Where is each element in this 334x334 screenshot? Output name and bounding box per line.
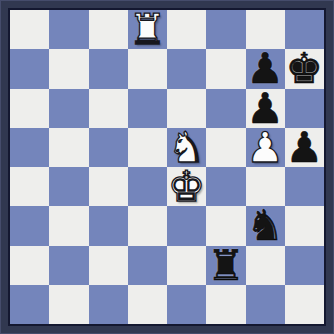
square-a8[interactable] <box>10 10 49 49</box>
square-e2[interactable] <box>167 246 206 285</box>
black-pawn[interactable]: ♟ <box>246 89 284 128</box>
square-a5[interactable] <box>10 128 49 167</box>
square-b2[interactable] <box>49 246 88 285</box>
square-d6[interactable] <box>128 89 167 128</box>
square-a7[interactable] <box>10 49 49 88</box>
black-pawn[interactable]: ♟ <box>246 49 284 88</box>
square-f8[interactable] <box>206 10 245 49</box>
square-d2[interactable] <box>128 246 167 285</box>
square-b6[interactable] <box>49 89 88 128</box>
square-c2[interactable] <box>89 246 128 285</box>
square-c3[interactable] <box>89 206 128 245</box>
square-f4[interactable] <box>206 167 245 206</box>
square-f1[interactable] <box>206 285 245 324</box>
square-a1[interactable] <box>10 285 49 324</box>
black-rook[interactable]: ♜ <box>207 246 245 285</box>
square-d5[interactable] <box>128 128 167 167</box>
chess-board: ♜♟♚♟♞♟♟♚♞♜ <box>10 10 324 324</box>
square-h2[interactable] <box>285 246 324 285</box>
square-b8[interactable] <box>49 10 88 49</box>
square-e1[interactable] <box>167 285 206 324</box>
square-c4[interactable] <box>89 167 128 206</box>
square-b5[interactable] <box>49 128 88 167</box>
white-king[interactable]: ♚ <box>168 167 206 206</box>
square-c5[interactable] <box>89 128 128 167</box>
square-e8[interactable] <box>167 10 206 49</box>
square-c6[interactable] <box>89 89 128 128</box>
square-d3[interactable] <box>128 206 167 245</box>
square-d4[interactable] <box>128 167 167 206</box>
square-f2[interactable]: ♜ <box>206 246 245 285</box>
square-a6[interactable] <box>10 89 49 128</box>
square-d8[interactable]: ♜ <box>128 10 167 49</box>
square-e7[interactable] <box>167 49 206 88</box>
square-d7[interactable] <box>128 49 167 88</box>
square-g6[interactable]: ♟ <box>246 89 285 128</box>
square-b3[interactable] <box>49 206 88 245</box>
square-g5[interactable]: ♟ <box>246 128 285 167</box>
square-e3[interactable] <box>167 206 206 245</box>
square-e6[interactable] <box>167 89 206 128</box>
square-h1[interactable] <box>285 285 324 324</box>
square-c7[interactable] <box>89 49 128 88</box>
square-h5[interactable]: ♟ <box>285 128 324 167</box>
black-knight[interactable]: ♞ <box>246 206 284 245</box>
square-h6[interactable] <box>285 89 324 128</box>
square-e4[interactable]: ♚ <box>167 167 206 206</box>
square-a4[interactable] <box>10 167 49 206</box>
board-frame: ♜♟♚♟♞♟♟♚♞♜ <box>0 0 334 334</box>
square-h4[interactable] <box>285 167 324 206</box>
square-f3[interactable] <box>206 206 245 245</box>
square-d1[interactable] <box>128 285 167 324</box>
square-c8[interactable] <box>89 10 128 49</box>
square-a2[interactable] <box>10 246 49 285</box>
square-g2[interactable] <box>246 246 285 285</box>
square-h7[interactable]: ♚ <box>285 49 324 88</box>
square-h3[interactable] <box>285 206 324 245</box>
square-c1[interactable] <box>89 285 128 324</box>
square-b4[interactable] <box>49 167 88 206</box>
square-b7[interactable] <box>49 49 88 88</box>
square-f5[interactable] <box>206 128 245 167</box>
square-g3[interactable]: ♞ <box>246 206 285 245</box>
square-f6[interactable] <box>206 89 245 128</box>
square-g1[interactable] <box>246 285 285 324</box>
white-rook[interactable]: ♜ <box>129 10 167 49</box>
white-pawn[interactable]: ♟ <box>246 128 284 167</box>
black-pawn[interactable]: ♟ <box>286 128 324 167</box>
black-king[interactable]: ♚ <box>286 49 324 88</box>
square-b1[interactable] <box>49 285 88 324</box>
square-f7[interactable] <box>206 49 245 88</box>
square-a3[interactable] <box>10 206 49 245</box>
square-g7[interactable]: ♟ <box>246 49 285 88</box>
